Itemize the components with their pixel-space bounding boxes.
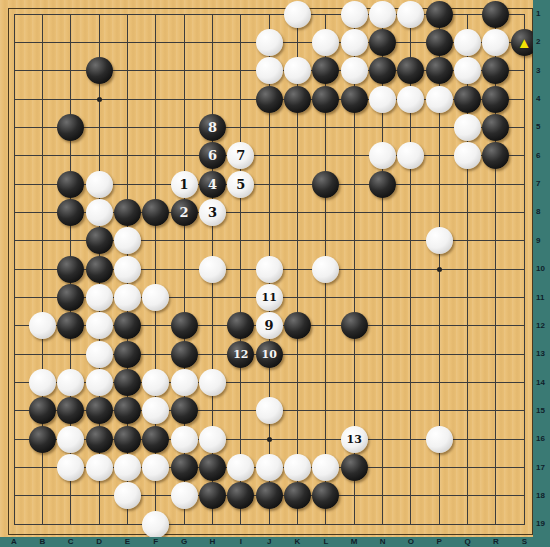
white-stone[interactable] [29, 312, 56, 339]
white-stone[interactable] [86, 369, 113, 396]
star-point [97, 97, 102, 102]
white-stone[interactable] [86, 284, 113, 311]
black-stone[interactable] [426, 57, 453, 84]
black-stone[interactable] [142, 426, 169, 453]
column-coordinate-strip: ABCDEFGHIJKLMNOPQRS [0, 537, 550, 547]
black-stone[interactable] [57, 284, 84, 311]
grid-line-vertical [240, 14, 241, 525]
black-stone[interactable] [199, 454, 226, 481]
row-label: 10 [536, 265, 545, 273]
white-stone[interactable] [284, 1, 311, 28]
black-stone[interactable] [199, 171, 226, 198]
black-stone[interactable] [369, 29, 396, 56]
white-stone[interactable] [454, 29, 481, 56]
black-stone[interactable] [171, 454, 198, 481]
row-label: 18 [536, 492, 545, 500]
column-label: S [522, 538, 527, 546]
white-stone[interactable] [86, 199, 113, 226]
white-stone[interactable] [341, 29, 368, 56]
white-stone[interactable] [397, 1, 424, 28]
white-stone[interactable] [426, 426, 453, 453]
row-label: 5 [536, 123, 540, 131]
white-stone[interactable] [256, 397, 283, 424]
black-stone[interactable] [482, 1, 509, 28]
white-stone[interactable] [142, 511, 169, 538]
white-stone[interactable] [171, 369, 198, 396]
black-stone[interactable] [256, 86, 283, 113]
column-label: A [11, 538, 17, 546]
row-label: 16 [536, 435, 545, 443]
black-stone[interactable] [57, 256, 84, 283]
white-stone[interactable] [454, 114, 481, 141]
column-label: I [240, 538, 242, 546]
black-stone[interactable] [171, 199, 198, 226]
white-stone[interactable] [256, 57, 283, 84]
black-stone[interactable] [86, 227, 113, 254]
grid-line-horizontal [14, 127, 525, 128]
white-stone[interactable] [171, 482, 198, 509]
black-stone[interactable] [341, 454, 368, 481]
black-stone[interactable] [426, 29, 453, 56]
white-stone[interactable] [114, 256, 141, 283]
white-stone[interactable] [341, 57, 368, 84]
black-stone[interactable] [171, 341, 198, 368]
black-stone[interactable] [341, 86, 368, 113]
black-stone[interactable] [57, 114, 84, 141]
white-stone[interactable] [256, 454, 283, 481]
black-stone[interactable] [284, 86, 311, 113]
white-stone[interactable] [114, 227, 141, 254]
row-label: 8 [536, 208, 540, 216]
black-stone[interactable] [369, 171, 396, 198]
black-stone[interactable] [171, 312, 198, 339]
white-stone[interactable] [86, 312, 113, 339]
black-stone[interactable] [142, 199, 169, 226]
black-stone[interactable] [256, 341, 283, 368]
black-stone[interactable] [312, 171, 339, 198]
white-stone[interactable] [256, 284, 283, 311]
white-stone[interactable] [86, 341, 113, 368]
column-label: O [408, 538, 414, 546]
go-board-app: 12345678910111213▲ 123456789101112131415… [0, 0, 550, 547]
white-stone[interactable] [227, 171, 254, 198]
black-stone[interactable] [86, 426, 113, 453]
white-stone[interactable] [114, 284, 141, 311]
white-stone[interactable] [171, 426, 198, 453]
column-label: J [267, 538, 271, 546]
row-label: 6 [536, 152, 540, 160]
white-stone[interactable] [256, 29, 283, 56]
black-stone[interactable] [114, 341, 141, 368]
white-stone[interactable] [312, 256, 339, 283]
column-label: K [295, 538, 301, 546]
column-label: N [380, 538, 386, 546]
white-stone[interactable] [57, 426, 84, 453]
column-label: Q [464, 538, 470, 546]
star-point [267, 437, 272, 442]
black-stone[interactable] [171, 397, 198, 424]
row-label: 2 [536, 38, 540, 46]
column-label: H [210, 538, 216, 546]
white-stone[interactable] [171, 171, 198, 198]
white-stone[interactable] [256, 312, 283, 339]
black-stone[interactable] [57, 171, 84, 198]
black-stone[interactable] [227, 341, 254, 368]
row-label: 15 [536, 407, 545, 415]
black-stone[interactable] [256, 482, 283, 509]
black-stone[interactable] [312, 86, 339, 113]
black-stone[interactable] [86, 57, 113, 84]
row-label: 14 [536, 379, 545, 387]
column-label: L [323, 538, 328, 546]
row-label: 9 [536, 237, 540, 245]
row-label: 13 [536, 350, 545, 358]
row-label: 3 [536, 67, 540, 75]
white-stone[interactable] [397, 86, 424, 113]
white-stone[interactable] [256, 256, 283, 283]
white-stone[interactable] [312, 29, 339, 56]
white-stone[interactable] [199, 199, 226, 226]
row-label: 12 [536, 322, 545, 330]
black-stone[interactable] [199, 142, 226, 169]
grid-line-vertical [14, 14, 15, 525]
black-stone[interactable] [86, 397, 113, 424]
column-label: P [437, 538, 442, 546]
white-stone[interactable] [341, 426, 368, 453]
white-stone[interactable] [114, 454, 141, 481]
black-stone[interactable] [114, 426, 141, 453]
white-stone[interactable] [369, 86, 396, 113]
row-label: 4 [536, 95, 540, 103]
row-coordinate-strip: 12345678910111213141516171819 [533, 0, 550, 547]
column-label: F [153, 538, 158, 546]
black-stone[interactable] [482, 86, 509, 113]
column-label: E [125, 538, 130, 546]
white-stone[interactable] [199, 369, 226, 396]
row-label: 1 [536, 10, 540, 18]
white-stone[interactable] [86, 171, 113, 198]
grid-line-horizontal [14, 155, 525, 156]
white-stone[interactable] [426, 227, 453, 254]
row-label: 19 [536, 520, 545, 528]
column-label: G [181, 538, 187, 546]
column-label: R [493, 538, 499, 546]
white-stone[interactable] [199, 426, 226, 453]
white-stone[interactable] [29, 369, 56, 396]
black-stone[interactable] [341, 312, 368, 339]
column-label: C [68, 538, 74, 546]
column-label: B [39, 538, 45, 546]
black-stone[interactable] [57, 199, 84, 226]
white-stone[interactable] [199, 256, 226, 283]
row-label: 11 [536, 294, 544, 302]
column-label: D [96, 538, 102, 546]
white-stone[interactable] [369, 1, 396, 28]
grid-line-vertical [524, 14, 525, 525]
row-label: 7 [536, 180, 540, 188]
star-point [437, 267, 442, 272]
black-stone[interactable] [29, 426, 56, 453]
white-stone[interactable] [426, 86, 453, 113]
black-stone[interactable] [114, 369, 141, 396]
grid-line-horizontal [14, 524, 525, 525]
white-stone[interactable] [284, 57, 311, 84]
white-stone[interactable] [341, 1, 368, 28]
column-label: M [351, 538, 358, 546]
row-label: 17 [536, 464, 545, 472]
black-stone[interactable] [199, 114, 226, 141]
white-stone[interactable] [284, 454, 311, 481]
black-stone[interactable] [454, 86, 481, 113]
black-stone[interactable] [426, 1, 453, 28]
black-stone[interactable] [86, 256, 113, 283]
white-stone[interactable] [86, 454, 113, 481]
black-stone[interactable] [114, 199, 141, 226]
